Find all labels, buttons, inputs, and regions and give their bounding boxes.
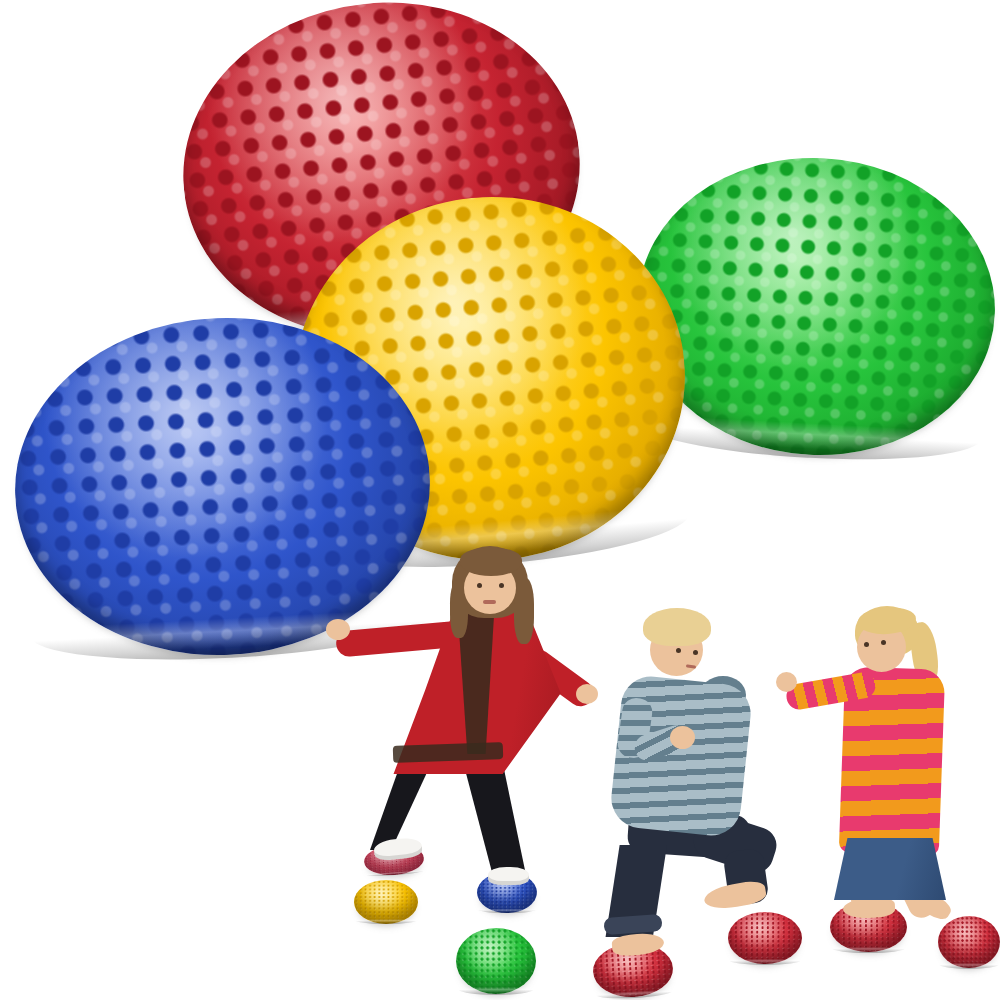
girl-stripes-hand bbox=[776, 672, 797, 692]
girl-stripes-skirt bbox=[834, 838, 946, 900]
girl-stripes-left-eye bbox=[864, 642, 869, 647]
child-girl-stripes bbox=[0, 0, 1000, 1000]
girl-stripes-right-eye bbox=[881, 640, 886, 645]
scene bbox=[0, 0, 1000, 1000]
